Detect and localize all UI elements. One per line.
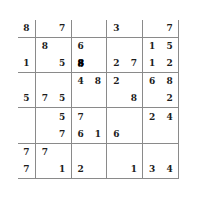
sudoku-cell-r6c8[interactable]: 2	[143, 108, 161, 126]
sudoku-cell-r7c6[interactable]: 6	[107, 126, 125, 144]
sudoku-cell-r5c1[interactable]: 5	[18, 91, 36, 109]
sudoku-cell-r7c2[interactable]	[36, 126, 54, 144]
sudoku-cell-r9c3[interactable]: 1	[54, 161, 72, 179]
sudoku-cell-r6c7[interactable]	[125, 108, 143, 126]
sudoku-cell-r2c9[interactable]: 5	[161, 38, 179, 56]
sudoku-cell-r2c6[interactable]	[107, 38, 125, 56]
sudoku-cell-r2c2[interactable]: 8	[36, 38, 54, 56]
sudoku-cell-r6c1[interactable]	[18, 108, 36, 126]
sudoku-cell-r3c4[interactable]: 8	[72, 55, 90, 73]
sudoku-cell-r6c9[interactable]: 4	[161, 108, 179, 126]
sudoku-cell-r3c6[interactable]: 2	[107, 55, 125, 73]
sudoku-cell-r6c3[interactable]: 5	[54, 108, 72, 126]
sudoku-cell-r6c6[interactable]	[107, 108, 125, 126]
sudoku-cell-r5c4[interactable]	[72, 91, 90, 109]
sudoku-cell-r3c9[interactable]: 2	[161, 55, 179, 73]
sudoku-cell-r4c3[interactable]	[54, 73, 72, 91]
sudoku-cell-r9c1[interactable]: 7	[18, 161, 36, 179]
sudoku-cell-r8c3[interactable]	[54, 144, 72, 162]
sudoku-cell-r9c9[interactable]: 4	[161, 161, 179, 179]
sudoku-cell-r6c5[interactable]	[90, 108, 108, 126]
sudoku-cell-r5c7[interactable]: 8	[125, 91, 143, 109]
sudoku-cell-r1c6[interactable]: 3	[107, 20, 125, 38]
sudoku-cell-r9c8[interactable]: 3	[143, 161, 161, 179]
sudoku-cell-r5c3[interactable]: 5	[54, 91, 72, 109]
sudoku-cell-r1c9[interactable]: 7	[161, 20, 179, 38]
sudoku-cell-r9c4[interactable]: 2	[72, 161, 90, 179]
sudoku-cell-r4c8[interactable]: 6	[143, 73, 161, 91]
sudoku-cell-r3c1[interactable]: 1	[18, 55, 36, 73]
sudoku-cell-r1c5[interactable]	[90, 20, 108, 38]
sudoku-cell-r2c3[interactable]	[54, 38, 72, 56]
sudoku-cell-r5c5[interactable]	[90, 91, 108, 109]
sudoku-cell-r8c8[interactable]	[143, 144, 161, 162]
sudoku-cell-r5c9[interactable]: 2	[161, 91, 179, 109]
sudoku-cell-r7c3[interactable]: 7	[54, 126, 72, 144]
sudoku-cell-r7c9[interactable]	[161, 126, 179, 144]
sudoku-cell-r1c2[interactable]	[36, 20, 54, 38]
sudoku-cell-r2c8[interactable]: 1	[143, 38, 161, 56]
sudoku-cell-r7c4[interactable]: 6	[72, 126, 90, 144]
sudoku-cell-r2c4[interactable]: 6	[72, 38, 90, 56]
sudoku-cell-r3c7[interactable]: 7	[125, 55, 143, 73]
sudoku-cell-r8c4[interactable]	[72, 144, 90, 162]
sudoku-cell-r5c8[interactable]	[143, 91, 161, 109]
sudoku-cell-r3c2[interactable]	[36, 55, 54, 73]
sudoku-cell-r7c1[interactable]	[18, 126, 36, 144]
sudoku-cell-r3c3[interactable]: 5	[54, 55, 72, 73]
sudoku-cell-r7c8[interactable]	[143, 126, 161, 144]
sudoku-page: 8737861515827124826857582572476167771213…	[0, 0, 200, 200]
sudoku-cell-r4c4[interactable]: 4	[72, 73, 90, 91]
sudoku-cell-r7c7[interactable]	[125, 126, 143, 144]
sudoku-cell-r7c5[interactable]: 1	[90, 126, 108, 144]
sudoku-cell-r4c9[interactable]: 8	[161, 73, 179, 91]
sudoku-cell-r9c6[interactable]	[107, 161, 125, 179]
sudoku-cell-r1c7[interactable]	[125, 20, 143, 38]
sudoku-cell-r9c2[interactable]	[36, 161, 54, 179]
sudoku-cell-r4c5[interactable]: 8	[90, 73, 108, 91]
sudoku-cell-r1c8[interactable]	[143, 20, 161, 38]
sudoku-cell-r4c1[interactable]	[18, 73, 36, 91]
sudoku-cell-r9c5[interactable]	[90, 161, 108, 179]
sudoku-cell-r8c2[interactable]: 7	[36, 144, 54, 162]
sudoku-cell-r2c1[interactable]	[18, 38, 36, 56]
sudoku-cell-r1c1[interactable]: 8	[18, 20, 36, 38]
sudoku-board: 8737861515827124826857582572476167771213…	[18, 20, 179, 179]
sudoku-cell-r8c7[interactable]	[125, 144, 143, 162]
sudoku-cell-r6c2[interactable]	[36, 108, 54, 126]
sudoku-cell-r8c1[interactable]: 7	[18, 144, 36, 162]
sudoku-cell-r8c5[interactable]	[90, 144, 108, 162]
sudoku-cell-r1c4[interactable]	[72, 20, 90, 38]
sudoku-cell-r9c7[interactable]: 1	[125, 161, 143, 179]
sudoku-cell-r8c9[interactable]	[161, 144, 179, 162]
sudoku-cell-r4c2[interactable]	[36, 73, 54, 91]
sudoku-cell-r4c7[interactable]	[125, 73, 143, 91]
sudoku-cell-r3c5[interactable]	[90, 55, 108, 73]
sudoku-cell-r3c8[interactable]: 1	[143, 55, 161, 73]
sudoku-cell-r4c6[interactable]: 2	[107, 73, 125, 91]
sudoku-cell-r5c2[interactable]: 7	[36, 91, 54, 109]
sudoku-cell-r5c6[interactable]	[107, 91, 125, 109]
sudoku-cell-r8c6[interactable]	[107, 144, 125, 162]
sudoku-cell-r2c7[interactable]	[125, 38, 143, 56]
sudoku-cell-r6c4[interactable]: 7	[72, 108, 90, 126]
sudoku-cell-r1c3[interactable]: 7	[54, 20, 72, 38]
sudoku-cell-r2c5[interactable]	[90, 38, 108, 56]
